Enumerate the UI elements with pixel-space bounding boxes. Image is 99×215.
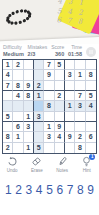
cell-r3c4[interactable]: 2 [34,81,44,91]
cell-r5c9[interactable]: 4 [86,101,96,111]
numpad-digit-9[interactable]: 9 [87,183,94,197]
cell-r1c5[interactable]: 7 [44,60,54,70]
cell-r6c4[interactable]: 3 [34,112,44,122]
pause-button[interactable] [86,47,96,57]
cell-r8c4[interactable] [34,132,44,142]
cell-r7c8[interactable] [75,122,85,132]
cell-r8c8[interactable]: 2 [75,132,85,142]
pencil-icon [57,156,68,167]
cell-r9c8[interactable]: 8 [75,143,85,153]
cell-r1c4[interactable] [34,60,44,70]
cell-r8c9[interactable]: 6 [86,132,96,142]
cell-r6c5[interactable] [44,112,54,122]
cell-r9c6[interactable] [55,143,65,153]
cell-r1c9[interactable] [86,60,96,70]
cell-r9c9[interactable] [86,143,96,153]
cell-r5c7[interactable]: 1 [65,101,75,111]
cell-r4c8[interactable]: 7 [75,91,85,101]
numpad-digit-4[interactable]: 4 [36,183,43,197]
cell-r8c5[interactable]: 3 [44,132,54,142]
numpad-digit-2[interactable]: 2 [15,183,22,197]
cell-r7c5[interactable]: 1 [44,122,54,132]
cell-r8c7[interactable]: 9 [65,132,75,142]
cell-r9c2[interactable] [13,143,23,153]
cell-r4c2[interactable]: 4 [13,91,23,101]
cell-r6c6[interactable] [55,112,65,122]
stat-score: Score 360 [51,45,64,57]
cell-r5c5[interactable]: 8 [44,101,54,111]
cell-r6c7[interactable] [65,112,75,122]
toolbar: Undo Erase Notes 1 Hint [0,156,99,176]
hint-badge: 1 [89,154,95,160]
cell-r5c4[interactable] [34,101,44,111]
notes-button[interactable]: Notes [56,156,68,173]
stats-bar: Difficulty Medium Mistakes 2/3 Score 360… [0,44,99,59]
numpad-digit-6[interactable]: 6 [56,183,63,197]
numpad-digit-8[interactable]: 8 [77,183,84,197]
numpad-digit-1[interactable]: 1 [5,183,12,197]
difficulty-value: Medium [3,51,24,57]
cell-r3c8[interactable] [75,81,85,91]
cell-r2c4[interactable] [34,70,44,80]
cell-r1c3[interactable] [24,60,34,70]
numpad-digit-3[interactable]: 3 [26,183,33,197]
undo-button[interactable]: Undo [7,156,18,173]
cell-r2c8[interactable]: 1 [75,70,85,80]
cell-r2c1[interactable]: 4 [3,70,13,80]
cell-r7c6[interactable]: 9 [55,122,65,132]
cell-r7c1[interactable] [3,122,13,132]
cell-r6c1[interactable]: 5 [3,112,13,122]
hint-button[interactable]: 1 Hint [81,156,92,173]
cell-r3c9[interactable] [86,81,96,91]
cell-r8c3[interactable] [24,132,34,142]
hint-label: Hint [83,168,91,173]
cell-r4c5[interactable] [44,91,54,101]
numpad-digit-5[interactable]: 5 [46,183,53,197]
cell-r3c6[interactable] [55,81,65,91]
numpad-digit-7[interactable]: 7 [67,183,74,197]
cell-r8c1[interactable]: 8 [3,132,13,142]
cell-r9c5[interactable] [44,143,54,153]
cell-r9c1[interactable]: 2 [3,143,13,153]
cell-r7c2[interactable]: 6 [13,122,23,132]
stat-difficulty: Difficulty Medium [3,45,24,57]
cell-r3c2[interactable]: 8 [13,81,23,91]
cell-r4c3[interactable]: 8 [24,91,34,101]
cell-r6c9[interactable] [86,112,96,122]
notes-label: Notes [56,168,68,173]
erase-button[interactable]: Erase [31,156,43,173]
cell-r5c8[interactable]: 3 [75,101,85,111]
cell-r3c7[interactable] [65,81,75,91]
cell-r3c3[interactable]: 9 [24,81,34,91]
cell-r6c8[interactable] [75,112,85,122]
cell-r7c9[interactable] [86,122,96,132]
cell-r3c1[interactable]: 7 [3,81,13,91]
cell-r4c9[interactable]: 5 [86,91,96,101]
cell-r5c3[interactable] [24,101,34,111]
cell-r2c7[interactable]: 3 [65,70,75,80]
cell-r6c2[interactable] [13,112,23,122]
cell-r1c7[interactable] [65,60,75,70]
cell-r2c2[interactable] [13,70,23,80]
mistakes-value: 2/3 [28,51,48,57]
cell-r1c1[interactable]: 1 [3,60,13,70]
stat-time: Time 01:58 [68,45,82,57]
number-pad: 123456789 [0,181,99,199]
cell-r9c4[interactable]: 5 [34,143,44,153]
cell-r2c5[interactable]: 9 [44,70,54,80]
sudoku-grid: 1275493187892481275813451363198134926215… [2,59,97,154]
cell-r5c1[interactable] [3,101,13,111]
cell-r8c2[interactable]: 1 [13,132,23,142]
cell-r2c6[interactable] [55,70,65,80]
cell-r1c2[interactable]: 2 [13,60,23,70]
time-value: 01:58 [68,51,82,57]
handwritten-numbers: 4 3 1 5 4 2 6 7 8 [56,0,85,27]
cell-r4c6[interactable]: 2 [55,91,65,101]
cell-r2c9[interactable]: 8 [86,70,96,80]
score-value: 360 [51,51,64,57]
cell-r1c8[interactable] [75,60,85,70]
cell-r5c2[interactable] [13,101,23,111]
eraser-icon [31,156,42,167]
cell-r5c6[interactable] [55,101,65,111]
cell-r9c3[interactable]: 1 [24,143,34,153]
cell-r7c4[interactable] [34,122,44,132]
cell-r3c5[interactable] [44,81,54,91]
erase-label: Erase [31,168,43,173]
cell-r1c6[interactable]: 5 [55,60,65,70]
undo-icon [7,156,18,167]
cell-r4c7[interactable] [65,91,75,101]
handwritten-line: 6 7 8 [56,16,84,27]
cell-r2c3[interactable] [24,70,34,80]
cell-r9c7[interactable] [65,143,75,153]
cell-r7c3[interactable]: 3 [24,122,34,132]
undo-label: Undo [7,168,18,173]
cell-r8c6[interactable]: 4 [55,132,65,142]
cell-r7c7[interactable] [65,122,75,132]
header-photo: 4 3 1 5 4 2 6 7 8 [0,0,99,46]
cell-r4c4[interactable]: 1 [34,91,44,101]
cell-r6c3[interactable]: 1 [24,112,34,122]
stat-mistakes: Mistakes 2/3 [28,45,48,57]
cell-r4c1[interactable] [3,91,13,101]
